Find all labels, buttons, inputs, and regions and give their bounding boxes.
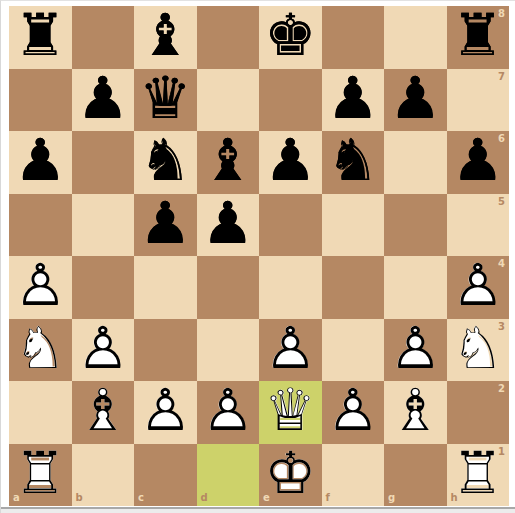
square-b7[interactable]: ♟♙ bbox=[72, 69, 135, 132]
file-label-e: e bbox=[263, 493, 270, 503]
square-d3[interactable] bbox=[197, 319, 260, 382]
square-b1[interactable]: b bbox=[72, 444, 135, 507]
square-d1[interactable]: d bbox=[197, 444, 260, 507]
square-g3[interactable]: ♟♙ bbox=[384, 319, 447, 382]
square-c5[interactable]: ♟♙ bbox=[134, 194, 197, 257]
white-pawn: ♟♙ bbox=[259, 319, 322, 382]
square-a3[interactable]: ♞♘ bbox=[9, 319, 72, 382]
square-e2[interactable]: ♛♕ bbox=[259, 381, 322, 444]
black-pawn: ♟♙ bbox=[9, 131, 72, 194]
square-b3[interactable]: ♟♙ bbox=[72, 319, 135, 382]
rank-label-8: 8 bbox=[498, 9, 505, 19]
square-a4[interactable]: ♟♙ bbox=[9, 256, 72, 319]
white-pawn: ♟♙ bbox=[384, 319, 447, 382]
square-h6[interactable]: ♟♙6 bbox=[447, 131, 510, 194]
square-d6[interactable]: ♝♗ bbox=[197, 131, 260, 194]
square-d5[interactable]: ♟♙ bbox=[197, 194, 260, 257]
square-c1[interactable]: c bbox=[134, 444, 197, 507]
black-pawn: ♟♙ bbox=[134, 194, 197, 257]
black-queen: ♛♕ bbox=[134, 69, 197, 132]
square-a1[interactable]: ♜♖a bbox=[9, 444, 72, 507]
square-e4[interactable] bbox=[259, 256, 322, 319]
black-pawn: ♟♙ bbox=[197, 194, 260, 257]
square-b8[interactable] bbox=[72, 6, 135, 69]
square-c6[interactable]: ♞♘ bbox=[134, 131, 197, 194]
file-label-d: d bbox=[201, 493, 208, 503]
square-a7[interactable] bbox=[9, 69, 72, 132]
square-f2[interactable]: ♟♙ bbox=[322, 381, 385, 444]
square-g2[interactable]: ♝♗ bbox=[384, 381, 447, 444]
square-f6[interactable]: ♞♘ bbox=[322, 131, 385, 194]
square-g1[interactable]: g bbox=[384, 444, 447, 507]
white-pawn: ♟♙ bbox=[9, 256, 72, 319]
square-b2[interactable]: ♝♗ bbox=[72, 381, 135, 444]
square-d7[interactable] bbox=[197, 69, 260, 132]
chess-board: ♜♖♝♗♚♔♜♖8♟♙♛♕♟♙♟♙7♟♙♞♘♝♗♟♙♞♘♟♙6♟♙♟♙5♟♙♟♙… bbox=[9, 6, 509, 506]
square-d4[interactable] bbox=[197, 256, 260, 319]
white-bishop: ♝♗ bbox=[72, 381, 135, 444]
white-pawn: ♟♙ bbox=[197, 381, 260, 444]
square-h7[interactable]: 7 bbox=[447, 69, 510, 132]
square-f8[interactable] bbox=[322, 6, 385, 69]
square-h3[interactable]: ♞♘3 bbox=[447, 319, 510, 382]
square-f5[interactable] bbox=[322, 194, 385, 257]
rank-label-7: 7 bbox=[498, 72, 505, 82]
square-h4[interactable]: ♟♙4 bbox=[447, 256, 510, 319]
file-label-a: a bbox=[13, 493, 20, 503]
square-e7[interactable] bbox=[259, 69, 322, 132]
white-pawn: ♟♙ bbox=[134, 381, 197, 444]
rank-label-4: 4 bbox=[498, 259, 505, 269]
square-c4[interactable] bbox=[134, 256, 197, 319]
white-pawn: ♟♙ bbox=[322, 381, 385, 444]
square-c8[interactable]: ♝♗ bbox=[134, 6, 197, 69]
square-f7[interactable]: ♟♙ bbox=[322, 69, 385, 132]
square-f4[interactable] bbox=[322, 256, 385, 319]
bottom-margin bbox=[1, 509, 515, 513]
rank-label-6: 6 bbox=[498, 134, 505, 144]
black-knight: ♞♘ bbox=[322, 131, 385, 194]
square-a2[interactable] bbox=[9, 381, 72, 444]
square-d2[interactable]: ♟♙ bbox=[197, 381, 260, 444]
square-e8[interactable]: ♚♔ bbox=[259, 6, 322, 69]
black-pawn: ♟♙ bbox=[259, 131, 322, 194]
square-d8[interactable] bbox=[197, 6, 260, 69]
black-rook: ♜♖ bbox=[9, 6, 72, 69]
black-pawn: ♟♙ bbox=[72, 69, 135, 132]
page-background: ♜♖♝♗♚♔♜♖8♟♙♛♕♟♙♟♙7♟♙♞♘♝♗♟♙♞♘♟♙6♟♙♟♙5♟♙♟♙… bbox=[0, 0, 515, 513]
white-pawn: ♟♙ bbox=[72, 319, 135, 382]
square-g7[interactable]: ♟♙ bbox=[384, 69, 447, 132]
square-h1[interactable]: ♜♖h1 bbox=[447, 444, 510, 507]
black-knight: ♞♘ bbox=[134, 131, 197, 194]
square-e3[interactable]: ♟♙ bbox=[259, 319, 322, 382]
white-bishop: ♝♗ bbox=[384, 381, 447, 444]
rank-label-5: 5 bbox=[498, 197, 505, 207]
rank-label-2: 2 bbox=[498, 384, 505, 394]
square-g6[interactable] bbox=[384, 131, 447, 194]
black-pawn: ♟♙ bbox=[384, 69, 447, 132]
square-f1[interactable]: f bbox=[322, 444, 385, 507]
square-b5[interactable] bbox=[72, 194, 135, 257]
rank-label-3: 3 bbox=[498, 322, 505, 332]
rank-label-1: 1 bbox=[498, 447, 505, 457]
white-queen: ♛♕ bbox=[259, 381, 322, 444]
square-h8[interactable]: ♜♖8 bbox=[447, 6, 510, 69]
square-g8[interactable] bbox=[384, 6, 447, 69]
square-c3[interactable] bbox=[134, 319, 197, 382]
square-g5[interactable] bbox=[384, 194, 447, 257]
square-h2[interactable]: 2 bbox=[447, 381, 510, 444]
square-c2[interactable]: ♟♙ bbox=[134, 381, 197, 444]
square-e5[interactable] bbox=[259, 194, 322, 257]
square-e6[interactable]: ♟♙ bbox=[259, 131, 322, 194]
square-e1[interactable]: ♚♔e bbox=[259, 444, 322, 507]
square-b4[interactable] bbox=[72, 256, 135, 319]
file-label-h: h bbox=[451, 493, 458, 503]
black-bishop: ♝♗ bbox=[134, 6, 197, 69]
black-king: ♚♔ bbox=[259, 6, 322, 69]
square-f3[interactable] bbox=[322, 319, 385, 382]
square-c7[interactable]: ♛♕ bbox=[134, 69, 197, 132]
file-label-c: c bbox=[138, 493, 144, 503]
square-a5[interactable] bbox=[9, 194, 72, 257]
white-knight: ♞♘ bbox=[9, 319, 72, 382]
black-pawn: ♟♙ bbox=[322, 69, 385, 132]
square-h5[interactable]: 5 bbox=[447, 194, 510, 257]
square-g4[interactable] bbox=[384, 256, 447, 319]
square-a6[interactable]: ♟♙ bbox=[9, 131, 72, 194]
square-b6[interactable] bbox=[72, 131, 135, 194]
file-label-f: f bbox=[326, 493, 330, 503]
black-bishop: ♝♗ bbox=[197, 131, 260, 194]
file-label-b: b bbox=[76, 493, 83, 503]
file-label-g: g bbox=[388, 493, 395, 503]
square-a8[interactable]: ♜♖ bbox=[9, 6, 72, 69]
